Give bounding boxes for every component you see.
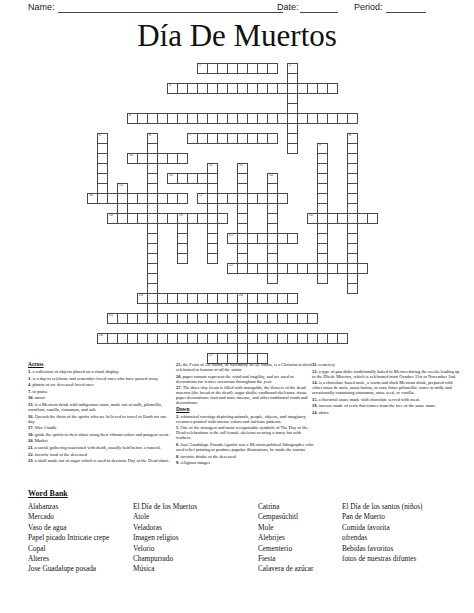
word-bank-column: CatrinaCempasúchitlMoleAlebrijesCementer… xyxy=(258,502,338,575)
clue-number: 15 xyxy=(119,184,123,188)
clue-number: 4 xyxy=(129,114,131,118)
date-field[interactable] xyxy=(300,12,338,13)
word-bank-item: Veladoras xyxy=(133,523,253,533)
clue-item: 18. guide the spirits to their altars us… xyxy=(28,432,174,437)
clue-item: 8. favorite drinks of the deceased xyxy=(176,454,314,459)
clue-item: 26. paper cutouts represent the wind and… xyxy=(176,374,314,384)
grid-cell[interactable] xyxy=(257,193,268,204)
word-bank-item: Alebrijes xyxy=(258,533,338,543)
grid-cell[interactable] xyxy=(277,113,288,124)
grid-cell[interactable] xyxy=(277,83,288,94)
clue-number: 9 xyxy=(319,144,321,148)
word-bank-item: Mercado xyxy=(28,512,130,522)
clue-item: 22. favorite food of the deceased xyxy=(28,452,174,457)
grid-cell[interactable] xyxy=(267,133,278,144)
grid-cell[interactable] xyxy=(217,213,228,224)
grid-cell[interactable] xyxy=(337,213,348,224)
word-bank-item: Imagen religios xyxy=(133,533,253,543)
clue-item: 9. religious images xyxy=(176,460,314,465)
clue-item: 24. altars xyxy=(312,410,460,415)
grid-cell[interactable]: 20 xyxy=(307,213,318,224)
clue-number: 5 xyxy=(99,134,101,138)
word-bank-item: Comida favorita xyxy=(342,523,468,533)
clue-item: 20. Market xyxy=(28,438,174,443)
across-clues-column: Across1. a collection of objects placed … xyxy=(28,362,174,465)
clue-number: 11 xyxy=(209,164,213,168)
period-label: Period: xyxy=(354,2,383,12)
period-field[interactable] xyxy=(386,12,426,13)
word-bank-item: Cementerio xyxy=(258,544,338,554)
clue-number: 8 xyxy=(349,134,351,138)
grid-cell[interactable] xyxy=(227,313,238,324)
grid-cell[interactable] xyxy=(337,263,348,274)
word-bank-title: Word Bank xyxy=(28,489,468,498)
grid-cell[interactable] xyxy=(267,63,278,74)
word-bank-item: Alabanzas xyxy=(28,502,130,512)
grid-cell[interactable] xyxy=(197,173,208,184)
word-bank-column: AlabanzasMercadoVaso de aguaPapel picado… xyxy=(28,502,130,575)
word-bank-item: Papel picado Intricate crepe xyxy=(28,533,130,543)
clue-number: 14 xyxy=(269,174,273,178)
clue-number: 23 xyxy=(139,294,143,298)
clue-number: 17 xyxy=(199,194,203,198)
grid-cell[interactable] xyxy=(307,263,318,274)
grid-cell[interactable]: 18 xyxy=(107,213,118,224)
clue-item: 5. One of the strongest and most recogni… xyxy=(176,425,314,440)
grid-cell[interactable] xyxy=(177,253,188,264)
word-bank-item: Catrina xyxy=(258,502,338,512)
grid-cell[interactable] xyxy=(357,263,368,274)
grid-cell[interactable] xyxy=(267,273,278,284)
word-bank-item: Fiesta xyxy=(258,554,338,564)
grid-cell[interactable] xyxy=(137,313,148,324)
word-bank: Word Bank AlabanzasMercadoVaso de aguaPa… xyxy=(28,489,468,498)
clue-item: 10. music xyxy=(28,395,174,400)
down-clues-column: 11. cemetery12. a type of pan dulce trad… xyxy=(312,362,460,417)
clue-item: 21. a social gathering associated with d… xyxy=(28,445,174,450)
clue-number: 1 xyxy=(199,64,201,68)
date-label: Date: xyxy=(277,2,299,12)
word-bank-item: Mole xyxy=(258,523,338,533)
word-bank-item: El Día de los Muertos xyxy=(133,502,253,512)
across-header: Across xyxy=(28,362,174,367)
grid-cell[interactable]: 22 xyxy=(227,263,238,274)
clue-item: 1. a collection of objects placed on a r… xyxy=(28,369,174,374)
clue-item: 27. The three-day fiesta is filled with … xyxy=(176,385,314,405)
clue-number: 3 xyxy=(169,84,171,88)
grid-cell[interactable] xyxy=(207,253,218,264)
word-bank-column: El Día de los santos (niños)Pan de Muert… xyxy=(342,502,468,564)
clue-item: 4. photos of are deceased loved ones xyxy=(28,382,174,387)
name-field[interactable] xyxy=(58,12,283,13)
clue-number: 6 xyxy=(149,134,151,138)
word-bank-item: fotos de nuestras difuntes xyxy=(342,554,468,564)
grid-cell[interactable] xyxy=(287,293,298,304)
grid-cell[interactable] xyxy=(137,213,148,224)
grid-cell[interactable]: 17 xyxy=(197,193,208,204)
word-bank-item: Copal xyxy=(28,544,130,554)
grid-cell[interactable] xyxy=(197,213,208,224)
word-bank-item: Vaso de agua xyxy=(28,523,130,533)
clue-number: 22 xyxy=(229,264,233,268)
clue-item: 12. a type of pan dulce traditionally ba… xyxy=(312,369,460,379)
grid-cell[interactable] xyxy=(337,333,348,344)
clue-number: 13 xyxy=(169,174,173,178)
word-bank-item: Champurrado xyxy=(133,554,253,564)
grid-cell[interactable] xyxy=(227,333,238,344)
grid-cell[interactable] xyxy=(257,233,268,244)
word-bank-item: Pan de Muerto xyxy=(342,512,468,522)
down-header: Down xyxy=(176,407,314,412)
clue-item: 17. Wax Candle xyxy=(28,425,174,430)
grid-cell[interactable] xyxy=(317,273,328,284)
clue-number: 12 xyxy=(239,164,243,168)
clue-item: 16. Quench the thirst of the spirits who… xyxy=(28,414,174,424)
grid-cell[interactable] xyxy=(177,193,188,204)
grid-cell[interactable]: 23 xyxy=(137,293,148,304)
word-bank-item: Cempasúchitl xyxy=(258,512,338,522)
grid-cell[interactable] xyxy=(177,153,188,164)
grid-cell[interactable] xyxy=(227,193,238,204)
clue-number: 19 xyxy=(179,214,183,218)
clue-item: 19. incense made of resin that comes fro… xyxy=(312,403,460,408)
word-bank-item: El Día de los santos (niños) xyxy=(342,502,468,512)
grid-cell[interactable] xyxy=(327,83,338,94)
grid-cell[interactable]: 21 xyxy=(227,233,238,244)
grid-cell[interactable] xyxy=(307,313,318,324)
word-bank-item: Calavera de azúcar xyxy=(258,564,338,574)
word-bank-item: Jose Guadalupe posada xyxy=(28,564,130,574)
clue-item: 13. is a Mexican drink with indigenous r… xyxy=(28,402,174,412)
clue-item: 11. cemetery xyxy=(312,362,460,367)
grid-cell[interactable] xyxy=(347,113,358,124)
clue-number: 24 xyxy=(239,294,243,298)
clue-number: 7 xyxy=(189,134,191,138)
clue-item: 2. whimsical carvings depicting animals,… xyxy=(176,414,314,424)
word-bank-item: Atole xyxy=(133,512,253,522)
grid-cell[interactable] xyxy=(287,233,298,244)
grid-cell[interactable] xyxy=(137,153,148,164)
word-bank-item: Bebidas favoritos xyxy=(342,544,468,554)
grid-cell[interactable] xyxy=(277,193,288,204)
clue-number: 20 xyxy=(309,214,313,218)
clue-item: 25. the Feast of All Saints, or Solemnit… xyxy=(176,362,314,372)
clue-number: 10 xyxy=(129,154,133,158)
clue-item: 3. is a day to celebrate and remember lo… xyxy=(28,376,174,381)
grid-cell[interactable] xyxy=(367,213,378,224)
word-bank-item: ofrendas xyxy=(342,533,468,543)
clue-number: 26 xyxy=(99,334,103,338)
grid-cell[interactable] xyxy=(257,263,268,274)
grid-cell[interactable]: 16 xyxy=(87,193,98,204)
word-bank-item: Velorio xyxy=(133,544,253,554)
word-bank-column: El Día de los MuertosAtoleVeladorasImage… xyxy=(133,502,253,575)
clue-number: 27 xyxy=(209,354,213,358)
clue-item: 14. is a chocolate-based atole, a warm a… xyxy=(312,380,460,395)
clue-number: 18 xyxy=(109,214,113,218)
grid-cell[interactable] xyxy=(287,143,298,154)
clue-item: 23. a skull made out of sugar which is u… xyxy=(28,458,174,463)
clue-number: 21 xyxy=(229,234,233,238)
grid-cell[interactable] xyxy=(347,283,358,294)
grid-cell[interactable] xyxy=(137,193,148,204)
clue-number: 2 xyxy=(289,64,291,68)
word-bank-item: Alteres xyxy=(28,554,130,564)
clue-item: 15. a flavorful sauce made with chocolat… xyxy=(312,397,460,402)
clue-number: 16 xyxy=(89,194,93,198)
name-label: Name: xyxy=(28,2,55,12)
crossword-grid: 1234567891011121314151617181920212223242… xyxy=(87,63,378,364)
middle-clues-column: 25. the Feast of All Saints, or Solemnit… xyxy=(176,362,314,467)
grid-cell[interactable] xyxy=(107,193,118,204)
clue-item: 7. to praise xyxy=(28,389,174,394)
clue-number: 25 xyxy=(109,314,113,318)
clue-item: 6. José Guadalupe Posada Aguilar was a M… xyxy=(176,442,314,452)
page-title: Día De Muertos xyxy=(0,18,474,54)
word-bank-item: Música xyxy=(133,564,253,574)
